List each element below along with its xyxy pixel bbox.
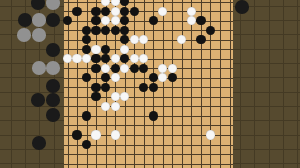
white-stone (111, 7, 120, 16)
white-stone (101, 102, 110, 111)
grid-line-horizontal (64, 154, 233, 155)
black-stone (120, 0, 129, 6)
black-stone (72, 130, 81, 139)
grid-line-vertical (182, 0, 183, 168)
go-board (64, 0, 233, 168)
background-black-stone (46, 13, 60, 27)
grid-line-horizontal (64, 164, 233, 165)
white-stone (168, 64, 177, 73)
background-white-stone (32, 28, 46, 42)
grid-line-vertical (163, 0, 164, 168)
background-white-stone (32, 61, 46, 75)
black-stone (149, 83, 158, 92)
white-stone (139, 35, 148, 44)
grid-line-vertical (230, 0, 231, 168)
background-black-stone (31, 93, 45, 107)
black-stone (91, 26, 100, 35)
white-stone (187, 7, 196, 16)
grid-line-horizontal (64, 106, 233, 107)
black-stone (149, 16, 158, 25)
black-stone (82, 45, 91, 54)
black-stone (101, 54, 110, 63)
background-white-stone (32, 13, 46, 27)
white-stone (120, 92, 129, 101)
grid-line-horizontal (64, 11, 233, 12)
black-stone (101, 83, 110, 92)
white-stone (120, 45, 129, 54)
grid-line-vertical (77, 0, 78, 168)
grid-line-vertical (134, 0, 135, 168)
black-stone (91, 54, 100, 63)
grid-line-horizontal (64, 97, 233, 98)
white-stone (158, 7, 167, 16)
white-stone (111, 0, 120, 6)
background-grid-line (297, 0, 298, 168)
black-stone (149, 73, 158, 82)
black-stone (82, 111, 91, 120)
white-stone (111, 73, 120, 82)
black-stone (139, 83, 148, 92)
black-stone (196, 35, 205, 44)
background-grid-line (283, 0, 284, 168)
black-stone (111, 64, 120, 73)
grid-line-horizontal (64, 125, 233, 126)
background-black-stone (31, 0, 45, 10)
white-stone (91, 130, 100, 139)
black-stone (63, 16, 72, 25)
black-stone (139, 64, 148, 73)
grid-line-vertical (191, 0, 192, 168)
black-stone (91, 7, 100, 16)
black-stone (101, 73, 110, 82)
white-stone (130, 54, 139, 63)
black-stone (82, 73, 91, 82)
black-stone (101, 45, 110, 54)
white-stone (206, 130, 215, 139)
grid-line-vertical (68, 0, 69, 168)
black-stone (168, 73, 177, 82)
white-stone (111, 130, 120, 139)
white-stone (101, 64, 110, 73)
white-stone (158, 73, 167, 82)
grid-line-vertical (220, 0, 221, 168)
white-stone (72, 54, 81, 63)
grid-line-horizontal (64, 68, 233, 69)
background-black-stone (235, 0, 249, 14)
white-stone (120, 64, 129, 73)
black-stone (120, 54, 129, 63)
background-grid-line (254, 0, 255, 168)
white-stone (139, 54, 148, 63)
grid-line-vertical (201, 0, 202, 168)
black-stone (91, 83, 100, 92)
black-stone (82, 26, 91, 35)
white-stone (63, 54, 72, 63)
black-stone (130, 64, 139, 73)
background-grid-line (11, 0, 12, 168)
white-stone (111, 16, 120, 25)
black-stone (196, 16, 205, 25)
white-stone (91, 45, 100, 54)
black-stone (91, 16, 100, 25)
white-stone (101, 16, 110, 25)
black-stone (82, 35, 91, 44)
white-stone (82, 54, 91, 63)
black-stone (130, 7, 139, 16)
background-grid-line (269, 0, 270, 168)
black-stone (111, 26, 120, 35)
white-stone (187, 16, 196, 25)
background-black-stone (32, 136, 46, 150)
background-black-stone (46, 43, 60, 57)
background-black-stone (46, 93, 60, 107)
background-white-stone (46, 61, 60, 75)
black-stone (206, 26, 215, 35)
black-stone (91, 64, 100, 73)
black-stone (82, 140, 91, 149)
black-stone (91, 92, 100, 101)
black-stone (120, 35, 129, 44)
background-grid-line (240, 0, 241, 168)
background-black-stone (18, 13, 32, 27)
black-stone (72, 7, 81, 16)
background-black-stone (46, 79, 60, 93)
black-stone (120, 16, 129, 25)
white-stone (111, 92, 120, 101)
background-white-stone (46, 0, 60, 10)
background-white-stone (17, 28, 31, 42)
black-stone (120, 26, 129, 35)
grid-line-horizontal (64, 2, 233, 3)
white-stone (130, 35, 139, 44)
black-stone (120, 7, 129, 16)
white-stone (177, 35, 186, 44)
black-stone (101, 7, 110, 16)
white-stone (101, 0, 110, 6)
background-black-stone (46, 108, 60, 122)
white-stone (111, 102, 120, 111)
white-stone (111, 54, 120, 63)
white-stone (158, 64, 167, 73)
black-stone (101, 26, 110, 35)
black-stone (149, 111, 158, 120)
grid-line-vertical (172, 0, 173, 168)
video-frame (0, 0, 300, 168)
